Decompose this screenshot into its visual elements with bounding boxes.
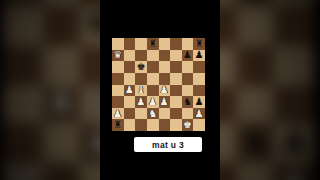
square-d5 bbox=[147, 73, 159, 85]
square-b7 bbox=[124, 50, 136, 62]
square-h6 bbox=[193, 61, 205, 73]
square-b3 bbox=[124, 96, 136, 108]
square-d4 bbox=[147, 85, 159, 97]
square-c8 bbox=[135, 38, 147, 50]
square-g6 bbox=[182, 61, 194, 73]
piece-white-pawn: ♟ bbox=[160, 85, 169, 95]
piece-white-bishop: ♝ bbox=[137, 85, 146, 95]
square-d6 bbox=[147, 61, 159, 73]
puzzle-caption-label: mat u 3 bbox=[152, 140, 184, 150]
puzzle-caption: mat u 3 bbox=[134, 137, 202, 152]
piece-black-knight: ♞ bbox=[183, 96, 192, 106]
square-c1 bbox=[135, 119, 147, 131]
square-g4 bbox=[182, 85, 194, 97]
piece-black-pawn: ♟ bbox=[183, 50, 192, 60]
piece-black-rook: ♜ bbox=[195, 38, 204, 48]
video-frame: ♜♜♛♟♟♚♟♝♟♟♟♟♞♟♟♞♟♜♚ ♜♜♛♟♟♚♟♝♟♟♟♟♞♟♟♞♟♜♚ … bbox=[0, 0, 320, 180]
square-c4: ♝ bbox=[135, 85, 147, 97]
square-g5 bbox=[182, 73, 194, 85]
square-c7 bbox=[135, 50, 147, 62]
square-e6 bbox=[159, 61, 171, 73]
square-h1 bbox=[193, 119, 205, 131]
piece-white-pawn: ♟ bbox=[125, 85, 134, 95]
piece-black-pawn: ♟ bbox=[195, 50, 204, 60]
piece-white-pawn: ♟ bbox=[160, 96, 169, 106]
square-b5 bbox=[124, 73, 136, 85]
square-c3: ♟ bbox=[135, 96, 147, 108]
square-b6 bbox=[124, 61, 136, 73]
square-a8 bbox=[112, 38, 124, 50]
square-b1 bbox=[124, 119, 136, 131]
piece-black-pawn: ♟ bbox=[195, 96, 204, 106]
square-a1: ♜ bbox=[112, 119, 124, 131]
square-b4: ♟ bbox=[124, 85, 136, 97]
square-f6 bbox=[170, 61, 182, 73]
square-e2 bbox=[159, 108, 171, 120]
square-g1: ♚ bbox=[182, 119, 194, 131]
square-c2 bbox=[135, 108, 147, 120]
square-d2: ♞ bbox=[147, 108, 159, 120]
piece-white-pawn: ♟ bbox=[113, 108, 122, 118]
square-c5 bbox=[135, 73, 147, 85]
piece-white-pawn: ♟ bbox=[137, 96, 146, 106]
square-g7: ♟ bbox=[182, 50, 194, 62]
square-f4 bbox=[170, 85, 182, 97]
square-h5 bbox=[193, 73, 205, 85]
square-f8 bbox=[170, 38, 182, 50]
piece-black-king: ♚ bbox=[137, 62, 146, 72]
square-e8 bbox=[159, 38, 171, 50]
square-f7 bbox=[170, 50, 182, 62]
square-a6 bbox=[112, 61, 124, 73]
square-h7: ♟ bbox=[193, 50, 205, 62]
square-h4 bbox=[193, 85, 205, 97]
square-c6: ♚ bbox=[135, 61, 147, 73]
square-b8 bbox=[124, 38, 136, 50]
chess-board: ♜♜♛♟♟♚♟♝♟♟♟♟♞♟♟♞♟♜♚ bbox=[112, 38, 205, 131]
square-h8: ♜ bbox=[193, 38, 205, 50]
piece-white-queen: ♛ bbox=[113, 50, 122, 60]
square-g3: ♞ bbox=[182, 96, 194, 108]
square-g8 bbox=[182, 38, 194, 50]
square-f3 bbox=[170, 96, 182, 108]
piece-white-king: ♚ bbox=[183, 120, 192, 130]
square-a4 bbox=[112, 85, 124, 97]
piece-black-rook: ♜ bbox=[113, 120, 122, 130]
square-h3: ♟ bbox=[193, 96, 205, 108]
square-e3: ♟ bbox=[159, 96, 171, 108]
square-d1 bbox=[147, 119, 159, 131]
piece-black-rook: ♜ bbox=[148, 38, 157, 48]
square-h2: ♟ bbox=[193, 108, 205, 120]
square-g2 bbox=[182, 108, 194, 120]
square-d3: ♟ bbox=[147, 96, 159, 108]
square-a2: ♟ bbox=[112, 108, 124, 120]
square-f2 bbox=[170, 108, 182, 120]
square-e7 bbox=[159, 50, 171, 62]
square-a5 bbox=[112, 73, 124, 85]
square-a7: ♛ bbox=[112, 50, 124, 62]
square-d8: ♜ bbox=[147, 38, 159, 50]
square-f1 bbox=[170, 119, 182, 131]
square-e4: ♟ bbox=[159, 85, 171, 97]
square-a3 bbox=[112, 96, 124, 108]
square-b2 bbox=[124, 108, 136, 120]
square-f5 bbox=[170, 73, 182, 85]
piece-white-pawn: ♟ bbox=[195, 108, 204, 118]
piece-white-pawn: ♟ bbox=[148, 96, 157, 106]
piece-white-knight: ♞ bbox=[148, 108, 157, 118]
square-e5 bbox=[159, 73, 171, 85]
square-e1 bbox=[159, 119, 171, 131]
square-d7 bbox=[147, 50, 159, 62]
